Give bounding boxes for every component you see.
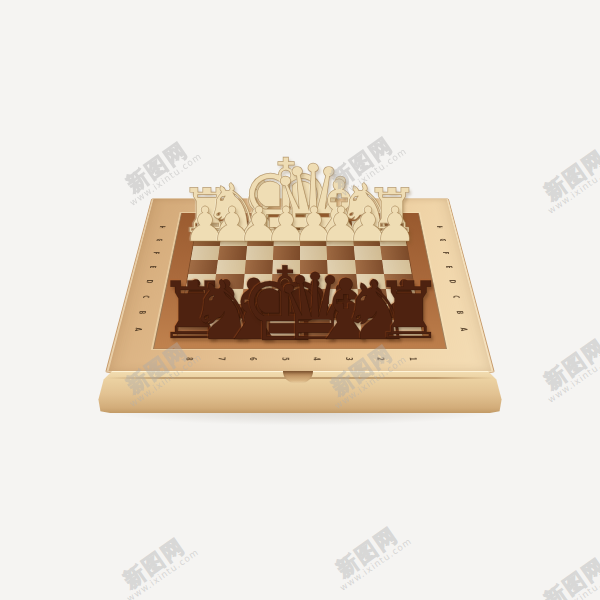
right-rail-letter-A: A <box>459 328 469 332</box>
left-rail-letter-D: D <box>145 280 155 283</box>
right-rail-letter-C: C <box>451 295 461 298</box>
right-rail-letter-D: D <box>448 280 458 283</box>
right-rail-letter-B: B <box>455 311 465 314</box>
product-photo-stage: 8765432187654321ABCDEFGHABCDEFGH ♜♞♝♚♛♝♞… <box>0 0 600 600</box>
right-rail-letter-E: E <box>444 266 453 269</box>
right-rail-letter-F: F <box>441 252 450 254</box>
left-rail-letter-B: B <box>137 311 147 314</box>
left-rail-letter-E: E <box>148 266 157 269</box>
black-rook-a8[interactable]: ♜ <box>374 272 445 351</box>
right-rail-letter-G: G <box>438 238 447 241</box>
left-rail-letter-F: F <box>152 252 161 254</box>
finger-notch <box>283 371 313 383</box>
white-pawn-a2[interactable]: ♟ <box>373 200 416 248</box>
left-rail-letter-G: G <box>155 238 164 241</box>
chess-set-scene: 8765432187654321ABCDEFGHABCDEFGH ♜♞♝♚♛♝♞… <box>0 0 600 600</box>
box-front-face <box>98 371 502 413</box>
left-rail-letter-A: A <box>133 328 143 332</box>
left-rail-letter-C: C <box>141 295 151 298</box>
right-rail-letter-H: H <box>435 226 444 229</box>
left-rail-letter-H: H <box>158 226 167 229</box>
